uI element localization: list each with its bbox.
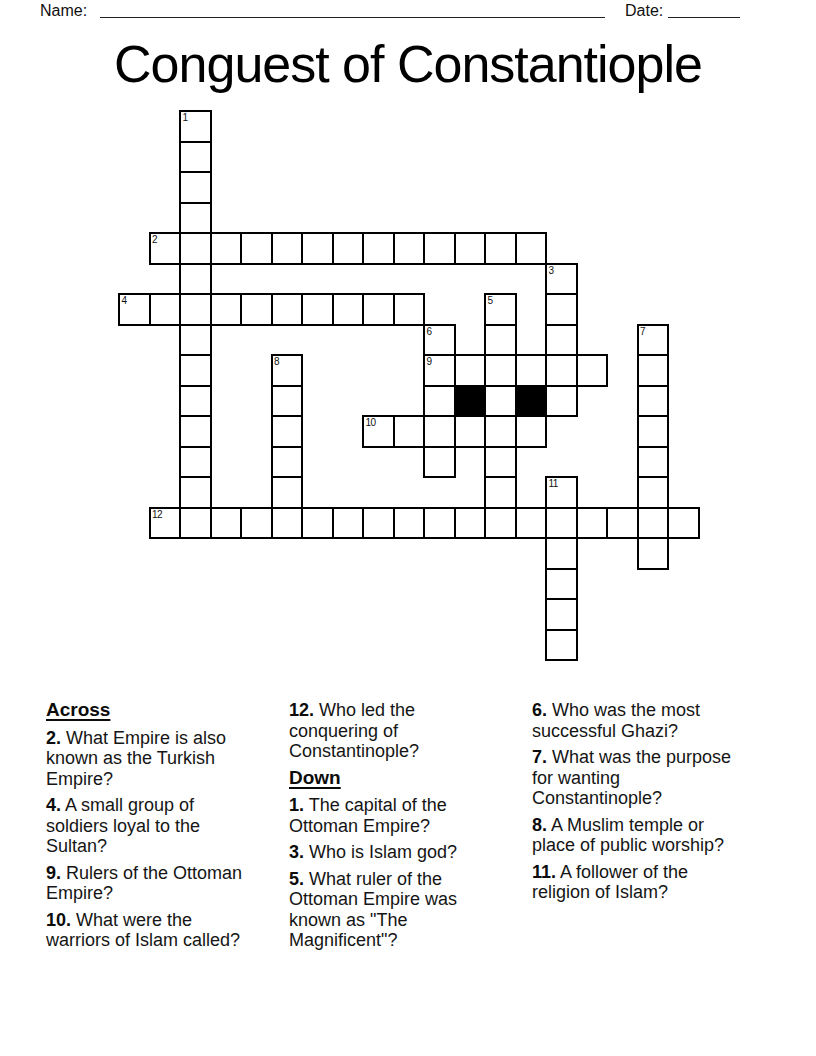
grid-cell[interactable]	[423, 415, 456, 448]
grid-cell[interactable]	[393, 293, 426, 326]
grid-cell[interactable]	[362, 507, 395, 540]
clue-across-4: 4. A small group of soldiers loyal to th…	[46, 795, 260, 857]
grid-cell[interactable]	[637, 415, 670, 448]
cell-number: 1	[183, 112, 188, 123]
clue-down-5: 5. What ruler of the Ottoman Empire was …	[289, 869, 473, 951]
clue-down-3: 3. Who is Islam god?	[289, 842, 473, 863]
grid-cell[interactable]	[332, 293, 365, 326]
grid-cell-black	[515, 385, 548, 418]
grid-cell[interactable]	[362, 232, 395, 265]
grid-cell[interactable]	[454, 354, 487, 387]
grid-cell[interactable]: 10	[362, 415, 395, 448]
clue-column-3: 6. Who was the most successful Ghazi? 7.…	[532, 700, 738, 909]
grid-cell[interactable]	[271, 385, 304, 418]
grid-cell[interactable]	[210, 232, 243, 265]
crossword-grid: 123456789101112	[118, 110, 700, 662]
grid-cell[interactable]	[423, 507, 456, 540]
grid-cell[interactable]	[667, 507, 700, 540]
grid-cell[interactable]: 7	[637, 324, 670, 357]
grid-cell[interactable]	[454, 232, 487, 265]
clue-number: 11.	[532, 862, 556, 882]
grid-cell[interactable]	[271, 446, 304, 479]
grid-cell[interactable]	[179, 263, 212, 296]
grid-cell[interactable]	[179, 293, 212, 326]
grid-cell[interactable]	[240, 293, 273, 326]
grid-cell[interactable]	[454, 415, 487, 448]
grid-cell[interactable]	[301, 232, 334, 265]
clue-across-10: 10. What were the warriors of Islam call…	[46, 910, 260, 951]
grid-cell[interactable]	[545, 537, 578, 570]
grid-cell[interactable]	[637, 476, 670, 509]
grid-cell[interactable]	[393, 415, 426, 448]
grid-cell[interactable]	[576, 507, 609, 540]
clue-across-9: 9. Rulers of the Ottoman Empire?	[46, 863, 260, 904]
clue-number: 9.	[46, 863, 61, 883]
grid-cell[interactable]	[484, 354, 517, 387]
grid-cell[interactable]	[210, 507, 243, 540]
clue-text: Who is Islam god?	[309, 842, 457, 862]
grid-cell[interactable]	[149, 293, 182, 326]
grid-cell[interactable]	[484, 507, 517, 540]
worksheet-header: Name: Date:	[0, 1, 816, 23]
grid-cell[interactable]	[179, 171, 212, 204]
grid-cell[interactable]	[179, 507, 212, 540]
grid-cell[interactable]	[484, 385, 517, 418]
grid-cell[interactable]	[484, 446, 517, 479]
grid-cell[interactable]	[332, 507, 365, 540]
grid-cell[interactable]: 3	[545, 263, 578, 296]
grid-cell[interactable]	[271, 293, 304, 326]
name-label: Name:	[40, 2, 87, 20]
clue-number: 6.	[532, 700, 547, 720]
grid-cell[interactable]	[576, 354, 609, 387]
grid-cell[interactable]	[545, 598, 578, 631]
clue-number: 7.	[532, 747, 547, 767]
clue-down-1: 1. The capital of the Ottoman Empire?	[289, 795, 473, 836]
cell-number: 5	[488, 295, 493, 306]
grid-cell[interactable]	[301, 507, 334, 540]
grid-cell[interactable]	[545, 293, 578, 326]
clue-across-12: 12. Who led the conquering of Constantin…	[289, 700, 473, 762]
clue-text: The capital of the Ottoman Empire?	[289, 795, 447, 836]
cell-number: 6	[427, 326, 432, 337]
grid-cell[interactable]	[637, 507, 670, 540]
grid-cell[interactable]	[545, 568, 578, 601]
grid-cell[interactable]	[423, 446, 456, 479]
clue-across-2: 2. What Empire is also known as the Turk…	[46, 728, 260, 790]
grid-cell[interactable]: 8	[271, 354, 304, 387]
grid-cell[interactable]	[179, 476, 212, 509]
grid-cell[interactable]	[393, 232, 426, 265]
clue-text: A follower of the religion of Islam?	[532, 862, 688, 903]
grid-cell[interactable]	[515, 232, 548, 265]
cell-number: 2	[152, 234, 157, 245]
grid-cell[interactable]	[271, 232, 304, 265]
clue-number: 8.	[532, 815, 547, 835]
across-heading: Across	[46, 700, 260, 721]
clue-number: 2.	[46, 728, 61, 748]
grid-cell[interactable]	[210, 293, 243, 326]
grid-cell[interactable]	[545, 354, 578, 387]
grid-cell[interactable]	[484, 476, 517, 509]
grid-cell[interactable]	[271, 507, 304, 540]
grid-cell[interactable]	[515, 507, 548, 540]
cell-number: 9	[427, 356, 432, 367]
grid-cell[interactable]: 6	[423, 324, 456, 357]
grid-cell[interactable]	[301, 293, 334, 326]
clue-text: Who was the most successful Ghazi?	[532, 700, 700, 741]
grid-cell[interactable]: 9	[423, 354, 456, 387]
grid-cell[interactable]	[179, 141, 212, 174]
grid-cell[interactable]	[545, 629, 578, 662]
grid-cell[interactable]: 4	[118, 293, 151, 326]
clue-number: 4.	[46, 795, 61, 815]
clue-down-7: 7. What was the purpose for wanting Cons…	[532, 747, 738, 809]
grid-cell[interactable]: 11	[545, 476, 578, 509]
grid-cell[interactable]	[545, 507, 578, 540]
grid-cell[interactable]	[606, 507, 639, 540]
date-blank-line[interactable]	[668, 1, 740, 18]
clue-text: What were the warriors of Islam called?	[46, 910, 240, 951]
clue-number: 5.	[289, 869, 304, 889]
clue-number: 10.	[46, 910, 71, 930]
grid-cell[interactable]	[179, 324, 212, 357]
clue-text: What ruler of the Ottoman Empire was kno…	[289, 869, 457, 951]
date-label: Date:	[625, 2, 663, 20]
down-heading: Down	[289, 768, 473, 789]
grid-cell[interactable]	[484, 324, 517, 357]
grid-cell[interactable]	[179, 354, 212, 387]
cell-number: 8	[274, 356, 279, 367]
grid-cell[interactable]	[240, 507, 273, 540]
clue-down-6: 6. Who was the most successful Ghazi?	[532, 700, 738, 741]
grid-cell[interactable]	[515, 415, 548, 448]
grid-cell[interactable]	[423, 232, 456, 265]
clue-down-11: 11. A follower of the religion of Islam?	[532, 862, 738, 903]
grid-cell[interactable]	[637, 385, 670, 418]
clue-text: What Empire is also known as the Turkish…	[46, 728, 226, 789]
grid-cell[interactable]	[179, 385, 212, 418]
clue-text: A Muslim temple or place of public worsh…	[532, 815, 724, 856]
cell-number: 12	[152, 509, 162, 520]
grid-cell[interactable]	[515, 354, 548, 387]
grid-cell[interactable]: 1	[179, 110, 212, 143]
clue-text: Rulers of the Ottoman Empire?	[46, 863, 242, 904]
cell-number: 11	[549, 478, 558, 489]
grid-cell[interactable]	[454, 507, 487, 540]
name-blank-line[interactable]	[100, 1, 605, 18]
grid-cell[interactable]	[484, 232, 517, 265]
grid-cell[interactable]	[179, 415, 212, 448]
cell-number: 7	[640, 326, 645, 337]
clue-text: A small group of soldiers loyal to the S…	[46, 795, 200, 856]
grid-cell[interactable]	[271, 476, 304, 509]
page-title: Conguest of Constantiople	[0, 34, 816, 94]
cell-number: 4	[122, 295, 127, 306]
grid-cell[interactable]	[637, 446, 670, 479]
grid-cell[interactable]	[271, 415, 304, 448]
clue-column-1: Across 2. What Empire is also known as t…	[46, 700, 260, 957]
grid-cell[interactable]	[240, 232, 273, 265]
grid-cell[interactable]: 2	[149, 232, 182, 265]
clue-number: 1.	[289, 795, 304, 815]
clue-column-2: 12. Who led the conquering of Constantin…	[289, 700, 473, 957]
grid-cell[interactable]	[545, 324, 578, 357]
grid-cell[interactable]	[545, 385, 578, 418]
clue-number: 12.	[289, 700, 314, 720]
grid-cell[interactable]	[637, 537, 670, 570]
grid-cell[interactable]	[179, 232, 212, 265]
grid-cell[interactable]: 12	[149, 507, 182, 540]
grid-cell[interactable]	[637, 354, 670, 387]
clue-number: 3.	[289, 842, 304, 862]
grid-cell-black	[454, 385, 487, 418]
grid-cell[interactable]	[332, 232, 365, 265]
crossword-worksheet-page: { "header": { "name_label": "Name:", "da…	[0, 0, 816, 1056]
grid-cell[interactable]: 5	[484, 293, 517, 326]
grid-cell[interactable]	[362, 293, 395, 326]
cell-number: 10	[366, 417, 376, 428]
grid-cell[interactable]	[484, 415, 517, 448]
grid-cell[interactable]	[179, 202, 212, 235]
grid-cell[interactable]	[179, 446, 212, 479]
cell-number: 3	[549, 265, 554, 276]
grid-cell[interactable]	[423, 385, 456, 418]
clue-text: What was the purpose for wanting Constan…	[532, 747, 731, 808]
clue-down-8: 8. A Muslim temple or place of public wo…	[532, 815, 738, 856]
grid-cell[interactable]	[393, 507, 426, 540]
